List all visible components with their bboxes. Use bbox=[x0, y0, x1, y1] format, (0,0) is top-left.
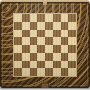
square-b7[interactable] bbox=[22, 22, 30, 30]
square-e6[interactable] bbox=[45, 30, 53, 38]
square-f5[interactable] bbox=[53, 37, 61, 45]
square-c1[interactable] bbox=[30, 68, 38, 76]
square-a5[interactable] bbox=[14, 37, 22, 45]
chess-box-photo bbox=[0, 0, 90, 90]
square-d4[interactable] bbox=[37, 45, 45, 53]
chess-board bbox=[13, 13, 77, 77]
square-a7[interactable] bbox=[14, 22, 22, 30]
wooden-chess-box bbox=[0, 0, 90, 88]
square-d1[interactable] bbox=[37, 68, 45, 76]
square-e3[interactable] bbox=[45, 53, 53, 61]
square-h3[interactable] bbox=[68, 53, 76, 61]
square-c5[interactable] bbox=[30, 37, 38, 45]
square-d5[interactable] bbox=[37, 37, 45, 45]
square-g1[interactable] bbox=[61, 68, 69, 76]
square-a4[interactable] bbox=[14, 45, 22, 53]
square-h5[interactable] bbox=[68, 37, 76, 45]
square-e2[interactable] bbox=[45, 61, 53, 69]
square-d7[interactable] bbox=[37, 22, 45, 30]
square-f3[interactable] bbox=[53, 53, 61, 61]
square-g4[interactable] bbox=[61, 45, 69, 53]
square-d6[interactable] bbox=[37, 30, 45, 38]
hinge-knob bbox=[43, 0, 47, 5]
square-a8[interactable] bbox=[14, 14, 22, 22]
square-c2[interactable] bbox=[30, 61, 38, 69]
square-a1[interactable] bbox=[14, 68, 22, 76]
square-b2[interactable] bbox=[22, 61, 30, 69]
square-g3[interactable] bbox=[61, 53, 69, 61]
square-c3[interactable] bbox=[30, 53, 38, 61]
square-h8[interactable] bbox=[68, 14, 76, 22]
square-b1[interactable] bbox=[22, 68, 30, 76]
square-c4[interactable] bbox=[30, 45, 38, 53]
square-g8[interactable] bbox=[61, 14, 69, 22]
square-a6[interactable] bbox=[14, 30, 22, 38]
clasp-latch bbox=[41, 83, 49, 88]
square-d8[interactable] bbox=[37, 14, 45, 22]
square-g6[interactable] bbox=[61, 30, 69, 38]
square-b6[interactable] bbox=[22, 30, 30, 38]
square-b5[interactable] bbox=[22, 37, 30, 45]
square-d3[interactable] bbox=[37, 53, 45, 61]
square-g7[interactable] bbox=[61, 22, 69, 30]
square-e5[interactable] bbox=[45, 37, 53, 45]
square-f2[interactable] bbox=[53, 61, 61, 69]
square-h2[interactable] bbox=[68, 61, 76, 69]
square-b4[interactable] bbox=[22, 45, 30, 53]
square-g2[interactable] bbox=[61, 61, 69, 69]
square-f6[interactable] bbox=[53, 30, 61, 38]
square-b3[interactable] bbox=[22, 53, 30, 61]
square-h1[interactable] bbox=[68, 68, 76, 76]
square-f7[interactable] bbox=[53, 22, 61, 30]
square-c7[interactable] bbox=[30, 22, 38, 30]
square-e4[interactable] bbox=[45, 45, 53, 53]
square-a3[interactable] bbox=[14, 53, 22, 61]
square-f8[interactable] bbox=[53, 14, 61, 22]
square-a2[interactable] bbox=[14, 61, 22, 69]
square-c8[interactable] bbox=[30, 14, 38, 22]
square-g5[interactable] bbox=[61, 37, 69, 45]
square-h6[interactable] bbox=[68, 30, 76, 38]
square-d2[interactable] bbox=[37, 61, 45, 69]
square-c6[interactable] bbox=[30, 30, 38, 38]
square-e7[interactable] bbox=[45, 22, 53, 30]
square-b8[interactable] bbox=[22, 14, 30, 22]
square-f4[interactable] bbox=[53, 45, 61, 53]
square-h4[interactable] bbox=[68, 45, 76, 53]
square-f1[interactable] bbox=[53, 68, 61, 76]
square-h7[interactable] bbox=[68, 22, 76, 30]
square-e8[interactable] bbox=[45, 14, 53, 22]
square-e1[interactable] bbox=[45, 68, 53, 76]
